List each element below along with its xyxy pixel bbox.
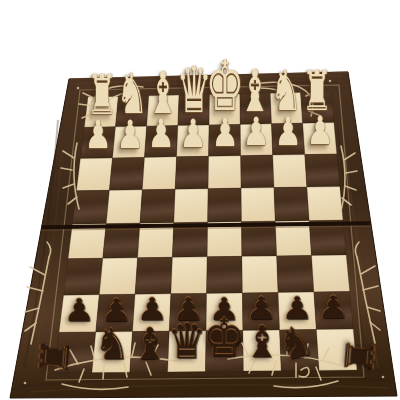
carved-dot xyxy=(329,80,332,83)
carved-dot xyxy=(77,87,80,90)
square-r4c5 xyxy=(208,188,242,222)
chess-board xyxy=(0,0,400,400)
square-r3c2 xyxy=(109,157,144,190)
square-r4c4 xyxy=(174,189,208,223)
square-r2c8 xyxy=(303,123,337,155)
chess-set-photo: ♜♞♝♛♚♝♞♜♟♟♟♟♟♟♟♟♟♟♟♟♟♟♟♟♜♞♝♛♚♝♞♜ xyxy=(0,0,400,400)
square-r3c4 xyxy=(175,156,208,189)
square-r2c3 xyxy=(145,126,178,158)
carved-dot xyxy=(382,376,385,379)
square-r6c8 xyxy=(312,255,350,292)
square-r7c3 xyxy=(133,294,171,332)
square-r7c2 xyxy=(96,294,135,332)
square-r2c6 xyxy=(240,124,272,156)
square-r7c6 xyxy=(242,293,279,331)
square-r8c5 xyxy=(206,330,244,371)
square-r1c5 xyxy=(209,94,240,125)
square-r1c4 xyxy=(178,95,210,126)
square-r4c6 xyxy=(241,188,275,222)
square-r1c7 xyxy=(270,93,302,124)
square-r6c2 xyxy=(99,258,137,295)
square-r2c4 xyxy=(177,125,210,157)
square-r2c2 xyxy=(113,126,147,158)
square-r7c8 xyxy=(314,292,353,330)
square-r3c6 xyxy=(241,155,274,188)
square-r4c8 xyxy=(307,187,343,221)
square-r2c5 xyxy=(209,124,241,156)
square-r3c3 xyxy=(142,157,176,190)
square-r1c3 xyxy=(147,95,179,126)
square-r6c3 xyxy=(135,257,172,294)
square-r3c8 xyxy=(305,154,340,187)
square-r2c7 xyxy=(272,123,305,155)
square-r4c3 xyxy=(140,189,175,223)
square-r3c5 xyxy=(208,156,241,189)
square-r4c7 xyxy=(274,187,309,221)
square-r8c1 xyxy=(54,332,96,373)
square-r7c5 xyxy=(206,293,243,331)
square-r7c4 xyxy=(169,293,206,331)
square-r8c3 xyxy=(130,331,170,372)
square-r8c4 xyxy=(168,331,207,372)
square-r2c1 xyxy=(80,127,115,159)
square-r4c2 xyxy=(106,190,142,224)
carved-dot xyxy=(24,382,27,385)
square-r1c6 xyxy=(240,93,272,124)
square-r7c1 xyxy=(59,295,99,333)
squares xyxy=(54,92,357,373)
square-r6c1 xyxy=(64,258,103,295)
square-r5c2 xyxy=(103,223,140,258)
square-r6c6 xyxy=(242,256,278,293)
square-r6c7 xyxy=(277,255,314,292)
square-r6c4 xyxy=(171,257,207,294)
square-r7c7 xyxy=(278,292,316,330)
square-r1c2 xyxy=(116,96,149,127)
square-r3c7 xyxy=(273,155,307,188)
square-r6c5 xyxy=(207,256,243,293)
square-r8c7 xyxy=(280,330,320,371)
square-r3c1 xyxy=(76,158,112,191)
